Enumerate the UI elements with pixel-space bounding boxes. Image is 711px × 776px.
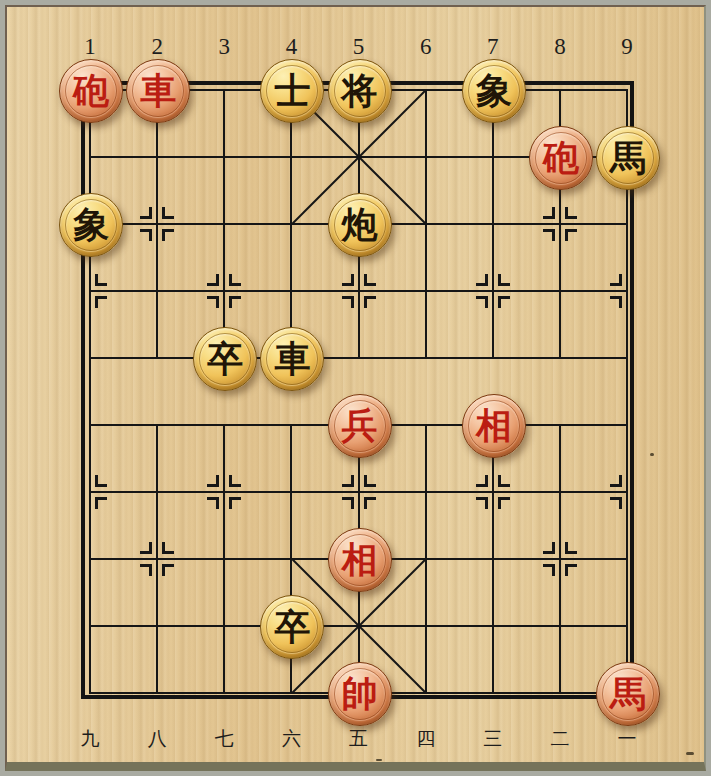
piece-character: 将	[342, 73, 378, 109]
point-marker-corner	[229, 274, 241, 286]
window-frame: 123456789九八七六五四三二一砲車士将象砲馬象炮卒車兵相相卒帥馬	[0, 0, 711, 776]
point-marker-corner	[140, 564, 152, 576]
point-marker-corner	[543, 229, 555, 241]
point-marker	[342, 475, 376, 509]
point-marker	[543, 542, 577, 576]
piece-character: 相	[476, 408, 512, 444]
file-label-top: 3	[204, 34, 244, 60]
piece-character: 帥	[342, 676, 378, 712]
piece-red-cannon[interactable]: 砲	[529, 126, 593, 190]
file-label-bottom: 一	[607, 726, 647, 752]
point-marker-corner	[342, 296, 354, 308]
point-marker-corner	[207, 274, 219, 286]
point-marker-corner	[498, 296, 510, 308]
piece-character: 兵	[342, 408, 378, 444]
piece-character: 卒	[274, 609, 310, 645]
piece-character: 馬	[610, 676, 646, 712]
point-marker-corner	[364, 296, 376, 308]
piece-character: 車	[274, 341, 310, 377]
point-marker-corner	[162, 207, 174, 219]
point-marker-corner	[498, 497, 510, 509]
piece-black-soldier[interactable]: 卒	[260, 595, 324, 659]
point-marker-corner	[543, 542, 555, 554]
point-marker	[207, 475, 241, 509]
piece-character: 砲	[543, 140, 579, 176]
point-marker-corner	[162, 229, 174, 241]
piece-character: 象	[73, 207, 109, 243]
piece-red-cannon[interactable]: 砲	[59, 59, 123, 123]
file-label-bottom: 四	[406, 726, 446, 752]
point-marker-corner	[364, 475, 376, 487]
file-label-top: 7	[473, 34, 513, 60]
file-label-top: 4	[271, 34, 311, 60]
point-marker-corner	[498, 475, 510, 487]
piece-black-soldier[interactable]: 卒	[193, 327, 257, 391]
point-marker-corner	[140, 542, 152, 554]
point-marker-corner	[543, 207, 555, 219]
point-marker-corner	[229, 296, 241, 308]
point-marker-corner	[364, 274, 376, 286]
piece-black-general[interactable]: 将	[328, 59, 392, 123]
piece-red-soldier[interactable]: 兵	[328, 394, 392, 458]
point-marker-corner	[95, 475, 107, 487]
piece-red-elephant[interactable]: 相	[328, 528, 392, 592]
point-marker-corner	[140, 207, 152, 219]
point-marker-corner	[342, 475, 354, 487]
piece-character: 卒	[207, 341, 243, 377]
point-marker	[140, 542, 174, 576]
file-label-top: 2	[137, 34, 177, 60]
piece-character: 砲	[73, 73, 109, 109]
point-marker-corner	[498, 274, 510, 286]
piece-red-chariot[interactable]: 車	[126, 59, 190, 123]
point-marker-corner	[364, 497, 376, 509]
point-marker-corner	[610, 497, 622, 509]
piece-black-advisor[interactable]: 士	[260, 59, 324, 123]
piece-character: 炮	[342, 207, 378, 243]
file-label-top: 6	[406, 34, 446, 60]
point-marker-corner	[162, 542, 174, 554]
point-marker-corner	[565, 229, 577, 241]
point-marker	[610, 274, 644, 308]
piece-character: 相	[342, 542, 378, 578]
point-marker-corner	[229, 497, 241, 509]
point-marker-corner	[476, 274, 488, 286]
file-label-bottom: 二	[540, 726, 580, 752]
point-marker-corner	[476, 475, 488, 487]
piece-black-elephant[interactable]: 象	[59, 193, 123, 257]
file-label-bottom: 九	[70, 726, 110, 752]
point-marker-corner	[207, 475, 219, 487]
piece-character: 象	[476, 73, 512, 109]
point-marker-corner	[95, 497, 107, 509]
wood-grain-speck	[686, 752, 694, 755]
point-marker-corner	[207, 497, 219, 509]
file-label-bottom: 八	[137, 726, 177, 752]
file-label-top: 5	[339, 34, 379, 60]
point-marker-corner	[565, 564, 577, 576]
wood-grain-speck	[650, 453, 654, 456]
point-marker	[543, 207, 577, 241]
piece-red-general[interactable]: 帥	[328, 662, 392, 726]
piece-character: 車	[140, 73, 176, 109]
point-marker-corner	[95, 274, 107, 286]
wood-grain-speck	[376, 759, 382, 761]
file-label-bottom: 七	[204, 726, 244, 752]
point-marker-corner	[565, 542, 577, 554]
piece-red-elephant[interactable]: 相	[462, 394, 526, 458]
point-marker-corner	[543, 564, 555, 576]
piece-character: 士	[274, 73, 310, 109]
point-marker-corner	[95, 296, 107, 308]
file-label-bottom: 五	[339, 726, 379, 752]
file-label-bottom: 六	[271, 726, 311, 752]
piece-black-cannon[interactable]: 炮	[328, 193, 392, 257]
point-marker	[476, 475, 510, 509]
point-marker-corner	[610, 274, 622, 286]
point-marker-corner	[207, 296, 219, 308]
piece-character: 馬	[610, 140, 646, 176]
point-marker-corner	[610, 475, 622, 487]
point-marker	[610, 475, 644, 509]
point-marker	[73, 475, 107, 509]
point-marker-corner	[565, 207, 577, 219]
file-label-top: 9	[607, 34, 647, 60]
point-marker-corner	[476, 296, 488, 308]
point-marker-corner	[610, 296, 622, 308]
point-marker	[207, 274, 241, 308]
file-label-top: 8	[540, 34, 580, 60]
point-marker-corner	[342, 274, 354, 286]
point-marker-corner	[342, 497, 354, 509]
point-marker	[342, 274, 376, 308]
file-label-top: 1	[70, 34, 110, 60]
point-marker	[140, 207, 174, 241]
file-label-bottom: 三	[473, 726, 513, 752]
point-marker	[73, 274, 107, 308]
point-marker-corner	[476, 497, 488, 509]
piece-black-elephant[interactable]: 象	[462, 59, 526, 123]
wood-board-panel: 123456789九八七六五四三二一砲車士将象砲馬象炮卒車兵相相卒帥馬	[5, 5, 706, 771]
point-marker-corner	[162, 564, 174, 576]
piece-red-horse[interactable]: 馬	[596, 662, 660, 726]
point-marker	[476, 274, 510, 308]
piece-black-chariot[interactable]: 車	[260, 327, 324, 391]
point-marker-corner	[229, 475, 241, 487]
xiangqi-board[interactable]: 123456789九八七六五四三二一砲車士将象砲馬象炮卒車兵相相卒帥馬	[7, 7, 704, 762]
point-marker-corner	[140, 229, 152, 241]
piece-black-horse[interactable]: 馬	[596, 126, 660, 190]
